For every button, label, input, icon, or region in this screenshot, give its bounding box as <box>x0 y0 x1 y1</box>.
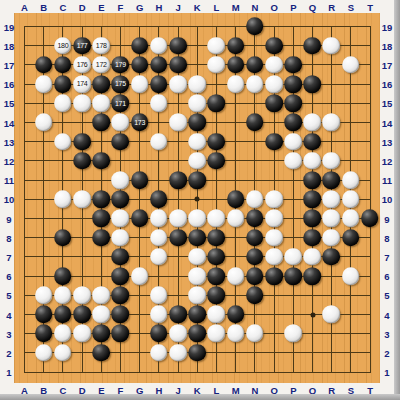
white-stone-O10[interactable] <box>265 190 283 208</box>
intersection-J9[interactable] <box>168 209 187 228</box>
intersection-T14[interactable] <box>360 113 379 132</box>
intersection-N13[interactable] <box>245 132 264 151</box>
black-stone-M10[interactable] <box>227 190 245 208</box>
intersection-A10[interactable] <box>15 190 34 209</box>
black-stone-L8[interactable] <box>208 229 226 247</box>
white-stone-K15[interactable] <box>188 94 206 112</box>
intersection-K8[interactable] <box>188 228 207 247</box>
black-stone-C16[interactable] <box>54 75 72 93</box>
white-stone-K16[interactable] <box>188 75 206 93</box>
white-stone-H7[interactable] <box>150 248 168 266</box>
black-stone-K2[interactable] <box>188 344 206 362</box>
intersection-J19[interactable] <box>168 17 187 36</box>
intersection-H11[interactable] <box>149 170 168 189</box>
white-stone-B14[interactable] <box>35 114 53 132</box>
intersection-C16[interactable] <box>53 74 72 93</box>
white-stone-J16[interactable] <box>169 75 187 93</box>
white-stone-J14[interactable] <box>169 114 187 132</box>
black-stone-N7[interactable] <box>246 248 264 266</box>
intersection-H1[interactable] <box>149 362 168 381</box>
black-stone-F10[interactable] <box>112 190 130 208</box>
white-stone-K12[interactable] <box>188 152 206 170</box>
intersection-F16[interactable]: 175 <box>111 74 130 93</box>
intersection-A18[interactable] <box>15 36 34 55</box>
intersection-S11[interactable] <box>341 170 360 189</box>
intersection-L7[interactable] <box>207 247 226 266</box>
intersection-L13[interactable] <box>207 132 226 151</box>
black-stone-H16[interactable] <box>150 75 168 93</box>
intersection-L14[interactable] <box>207 113 226 132</box>
intersection-K1[interactable] <box>188 362 207 381</box>
white-stone-O9[interactable] <box>265 210 283 228</box>
intersection-J14[interactable] <box>168 113 187 132</box>
black-stone-P14[interactable] <box>284 114 302 132</box>
intersection-N10[interactable] <box>245 190 264 209</box>
intersection-R3[interactable] <box>322 324 341 343</box>
intersection-O12[interactable] <box>264 151 283 170</box>
intersection-N9[interactable] <box>245 209 264 228</box>
intersection-F1[interactable] <box>111 362 130 381</box>
intersection-F8[interactable] <box>111 228 130 247</box>
intersection-C14[interactable] <box>53 113 72 132</box>
black-stone-B4[interactable] <box>35 306 53 324</box>
intersection-H19[interactable] <box>149 17 168 36</box>
intersection-Q16[interactable] <box>303 74 322 93</box>
intersection-A7[interactable] <box>15 247 34 266</box>
intersection-N16[interactable] <box>245 74 264 93</box>
black-stone-Q16[interactable] <box>304 75 322 93</box>
intersection-D8[interactable] <box>72 228 91 247</box>
intersection-E10[interactable] <box>92 190 111 209</box>
intersection-J16[interactable] <box>168 74 187 93</box>
intersection-H4[interactable] <box>149 305 168 324</box>
intersection-G6[interactable] <box>130 266 149 285</box>
intersection-B9[interactable] <box>34 209 53 228</box>
intersection-H3[interactable] <box>149 324 168 343</box>
intersection-D13[interactable] <box>72 132 91 151</box>
black-stone-C8[interactable] <box>54 229 72 247</box>
black-stone-F3[interactable] <box>112 325 130 343</box>
black-stone-J4[interactable] <box>169 306 187 324</box>
intersection-K4[interactable] <box>188 305 207 324</box>
intersection-G7[interactable] <box>130 247 149 266</box>
white-stone-R12[interactable] <box>323 152 341 170</box>
intersection-E9[interactable] <box>92 209 111 228</box>
intersection-G4[interactable] <box>130 305 149 324</box>
intersection-A14[interactable] <box>15 113 34 132</box>
black-stone-N9[interactable] <box>246 210 264 228</box>
black-stone-D18[interactable]: 177 <box>73 37 91 55</box>
intersection-K9[interactable] <box>188 209 207 228</box>
black-stone-G11[interactable] <box>131 171 149 189</box>
intersection-J12[interactable] <box>168 151 187 170</box>
intersection-E8[interactable] <box>92 228 111 247</box>
intersection-A9[interactable] <box>15 209 34 228</box>
intersection-K10[interactable] <box>188 190 207 209</box>
intersection-K13[interactable] <box>188 132 207 151</box>
intersection-F19[interactable] <box>111 17 130 36</box>
intersection-A13[interactable] <box>15 132 34 151</box>
intersection-Q14[interactable] <box>303 113 322 132</box>
white-stone-D16[interactable]: 174 <box>73 75 91 93</box>
intersection-G19[interactable] <box>130 17 149 36</box>
intersection-H12[interactable] <box>149 151 168 170</box>
black-stone-F15[interactable]: 171 <box>112 94 130 112</box>
intersection-S6[interactable] <box>341 266 360 285</box>
intersection-L11[interactable] <box>207 170 226 189</box>
intersection-H9[interactable] <box>149 209 168 228</box>
black-stone-Q18[interactable] <box>304 37 322 55</box>
intersection-G15[interactable] <box>130 94 149 113</box>
intersection-T7[interactable] <box>360 247 379 266</box>
intersection-E12[interactable] <box>92 151 111 170</box>
intersection-L12[interactable] <box>207 151 226 170</box>
white-stone-C3[interactable] <box>54 325 72 343</box>
intersection-C8[interactable] <box>53 228 72 247</box>
white-stone-F9[interactable] <box>112 210 130 228</box>
intersection-E19[interactable] <box>92 17 111 36</box>
intersection-R5[interactable] <box>322 286 341 305</box>
white-stone-M6[interactable] <box>227 267 245 285</box>
intersection-B6[interactable] <box>34 266 53 285</box>
intersection-B3[interactable] <box>34 324 53 343</box>
intersection-D16[interactable]: 174 <box>72 74 91 93</box>
intersection-T1[interactable] <box>360 362 379 381</box>
intersection-L9[interactable] <box>207 209 226 228</box>
black-stone-N14[interactable] <box>246 114 264 132</box>
intersection-R19[interactable] <box>322 17 341 36</box>
intersection-A8[interactable] <box>15 228 34 247</box>
intersection-M1[interactable] <box>226 362 245 381</box>
white-stone-H8[interactable] <box>150 229 168 247</box>
intersection-S14[interactable] <box>341 113 360 132</box>
white-stone-M16[interactable] <box>227 75 245 93</box>
intersection-J17[interactable] <box>168 55 187 74</box>
white-stone-O16[interactable] <box>265 75 283 93</box>
black-stone-G14[interactable]: 173 <box>131 114 149 132</box>
intersection-F13[interactable] <box>111 132 130 151</box>
intersection-G12[interactable] <box>130 151 149 170</box>
intersection-O13[interactable] <box>264 132 283 151</box>
white-stone-L9[interactable] <box>208 210 226 228</box>
intersection-Q17[interactable] <box>303 55 322 74</box>
intersection-O1[interactable] <box>264 362 283 381</box>
intersection-R17[interactable] <box>322 55 341 74</box>
white-stone-R18[interactable] <box>323 37 341 55</box>
black-stone-J18[interactable] <box>169 37 187 55</box>
intersection-N14[interactable] <box>245 113 264 132</box>
intersection-E1[interactable] <box>92 362 111 381</box>
intersection-J4[interactable] <box>168 305 187 324</box>
white-stone-P7[interactable] <box>284 248 302 266</box>
black-stone-D12[interactable] <box>73 152 91 170</box>
white-stone-H18[interactable] <box>150 37 168 55</box>
intersection-E2[interactable] <box>92 343 111 362</box>
intersection-R6[interactable] <box>322 266 341 285</box>
black-stone-E9[interactable] <box>92 210 110 228</box>
intersection-S3[interactable] <box>341 324 360 343</box>
black-stone-Q6[interactable] <box>304 267 322 285</box>
white-stone-R4[interactable] <box>323 306 341 324</box>
black-stone-H10[interactable] <box>150 190 168 208</box>
intersection-M11[interactable] <box>226 170 245 189</box>
intersection-J2[interactable] <box>168 343 187 362</box>
intersection-C10[interactable] <box>53 190 72 209</box>
intersection-A11[interactable] <box>15 170 34 189</box>
intersection-H14[interactable] <box>149 113 168 132</box>
intersection-D3[interactable] <box>72 324 91 343</box>
black-stone-O18[interactable] <box>265 37 283 55</box>
white-stone-F14[interactable] <box>112 114 130 132</box>
intersection-S8[interactable] <box>341 228 360 247</box>
intersection-B16[interactable] <box>34 74 53 93</box>
intersection-C15[interactable] <box>53 94 72 113</box>
white-stone-G16[interactable] <box>131 75 149 93</box>
white-stone-H13[interactable] <box>150 133 168 151</box>
white-stone-F11[interactable] <box>112 171 130 189</box>
intersection-F7[interactable] <box>111 247 130 266</box>
intersection-G10[interactable] <box>130 190 149 209</box>
intersection-L15[interactable] <box>207 94 226 113</box>
intersection-F14[interactable] <box>111 113 130 132</box>
intersection-D12[interactable] <box>72 151 91 170</box>
intersection-F4[interactable] <box>111 305 130 324</box>
intersection-F9[interactable] <box>111 209 130 228</box>
black-stone-K3[interactable] <box>188 325 206 343</box>
white-stone-D5[interactable] <box>73 286 91 304</box>
intersection-E18[interactable]: 178 <box>92 36 111 55</box>
white-stone-L4[interactable] <box>208 306 226 324</box>
intersection-M14[interactable] <box>226 113 245 132</box>
black-stone-T9[interactable] <box>361 210 379 228</box>
intersection-B5[interactable] <box>34 286 53 305</box>
intersection-Q8[interactable] <box>303 228 322 247</box>
intersection-Q15[interactable] <box>303 94 322 113</box>
black-stone-E8[interactable] <box>92 229 110 247</box>
black-stone-F17[interactable]: 179 <box>112 56 130 74</box>
white-stone-N10[interactable] <box>246 190 264 208</box>
intersection-C1[interactable] <box>53 362 72 381</box>
intersection-G17[interactable] <box>130 55 149 74</box>
intersection-S10[interactable] <box>341 190 360 209</box>
white-stone-J3[interactable] <box>169 325 187 343</box>
intersection-R13[interactable] <box>322 132 341 151</box>
intersection-J6[interactable] <box>168 266 187 285</box>
intersection-S16[interactable] <box>341 74 360 93</box>
intersection-D4[interactable] <box>72 305 91 324</box>
intersection-L4[interactable] <box>207 305 226 324</box>
intersection-N19[interactable] <box>245 17 264 36</box>
intersection-N18[interactable] <box>245 36 264 55</box>
intersection-N7[interactable] <box>245 247 264 266</box>
intersection-D10[interactable] <box>72 190 91 209</box>
white-stone-D10[interactable] <box>73 190 91 208</box>
white-stone-H9[interactable] <box>150 210 168 228</box>
intersection-K14[interactable] <box>188 113 207 132</box>
intersection-S12[interactable] <box>341 151 360 170</box>
white-stone-B16[interactable] <box>35 75 53 93</box>
intersection-G5[interactable] <box>130 286 149 305</box>
intersection-L19[interactable] <box>207 17 226 36</box>
intersection-T15[interactable] <box>360 94 379 113</box>
intersection-S2[interactable] <box>341 343 360 362</box>
intersection-M15[interactable] <box>226 94 245 113</box>
intersection-T16[interactable] <box>360 74 379 93</box>
intersection-F10[interactable] <box>111 190 130 209</box>
white-stone-E4[interactable] <box>92 306 110 324</box>
black-stone-C4[interactable] <box>54 306 72 324</box>
intersection-R11[interactable] <box>322 170 341 189</box>
intersection-R12[interactable] <box>322 151 341 170</box>
black-stone-C6[interactable] <box>54 267 72 285</box>
intersection-S7[interactable] <box>341 247 360 266</box>
black-stone-F5[interactable] <box>112 286 130 304</box>
black-stone-E16[interactable] <box>92 75 110 93</box>
intersection-B14[interactable] <box>34 113 53 132</box>
intersection-M2[interactable] <box>226 343 245 362</box>
intersection-Q5[interactable] <box>303 286 322 305</box>
intersection-M16[interactable] <box>226 74 245 93</box>
intersection-B12[interactable] <box>34 151 53 170</box>
white-stone-R8[interactable] <box>323 229 341 247</box>
black-stone-O13[interactable] <box>265 133 283 151</box>
intersection-B18[interactable] <box>34 36 53 55</box>
intersection-P13[interactable] <box>284 132 303 151</box>
black-stone-E3[interactable] <box>92 325 110 343</box>
intersection-E15[interactable] <box>92 94 111 113</box>
intersection-B8[interactable] <box>34 228 53 247</box>
black-stone-D4[interactable] <box>73 306 91 324</box>
intersection-Q19[interactable] <box>303 17 322 36</box>
black-stone-L7[interactable] <box>208 248 226 266</box>
intersection-K18[interactable] <box>188 36 207 55</box>
white-stone-C18[interactable]: 180 <box>54 37 72 55</box>
intersection-H2[interactable] <box>149 343 168 362</box>
intersection-C13[interactable] <box>53 132 72 151</box>
intersection-E3[interactable] <box>92 324 111 343</box>
white-stone-R14[interactable] <box>323 114 341 132</box>
white-stone-N16[interactable] <box>246 75 264 93</box>
intersection-P15[interactable] <box>284 94 303 113</box>
intersection-C12[interactable] <box>53 151 72 170</box>
black-stone-E10[interactable] <box>92 190 110 208</box>
intersection-D7[interactable] <box>72 247 91 266</box>
intersection-T2[interactable] <box>360 343 379 362</box>
intersection-K12[interactable] <box>188 151 207 170</box>
black-stone-L15[interactable] <box>208 94 226 112</box>
intersection-H15[interactable] <box>149 94 168 113</box>
intersection-C7[interactable] <box>53 247 72 266</box>
intersection-L5[interactable] <box>207 286 226 305</box>
intersection-A16[interactable] <box>15 74 34 93</box>
intersection-D1[interactable] <box>72 362 91 381</box>
intersection-Q13[interactable] <box>303 132 322 151</box>
intersection-B2[interactable] <box>34 343 53 362</box>
intersection-M7[interactable] <box>226 247 245 266</box>
intersection-D15[interactable] <box>72 94 91 113</box>
white-stone-F8[interactable] <box>112 229 130 247</box>
white-stone-B2[interactable] <box>35 344 53 362</box>
intersection-S15[interactable] <box>341 94 360 113</box>
intersection-O16[interactable] <box>264 74 283 93</box>
white-stone-O17[interactable] <box>265 56 283 74</box>
intersection-Q4[interactable] <box>303 305 322 324</box>
black-stone-E12[interactable] <box>92 152 110 170</box>
intersection-Q1[interactable] <box>303 362 322 381</box>
intersection-K16[interactable] <box>188 74 207 93</box>
intersection-P12[interactable] <box>284 151 303 170</box>
black-stone-F16[interactable]: 175 <box>112 75 130 93</box>
intersection-C3[interactable] <box>53 324 72 343</box>
intersection-K19[interactable] <box>188 17 207 36</box>
white-stone-J2[interactable] <box>169 344 187 362</box>
intersection-R16[interactable] <box>322 74 341 93</box>
white-stone-D3[interactable] <box>73 325 91 343</box>
intersection-E16[interactable] <box>92 74 111 93</box>
black-stone-R11[interactable] <box>323 171 341 189</box>
intersection-O9[interactable] <box>264 209 283 228</box>
intersection-O2[interactable] <box>264 343 283 362</box>
black-stone-Q13[interactable] <box>304 133 322 151</box>
intersection-C2[interactable] <box>53 343 72 362</box>
intersection-J11[interactable] <box>168 170 187 189</box>
white-stone-P3[interactable] <box>284 325 302 343</box>
white-stone-R9[interactable] <box>323 210 341 228</box>
intersection-L16[interactable] <box>207 74 226 93</box>
intersection-A6[interactable] <box>15 266 34 285</box>
black-stone-N17[interactable] <box>246 56 264 74</box>
intersection-M4[interactable] <box>226 305 245 324</box>
intersection-T8[interactable] <box>360 228 379 247</box>
intersection-T11[interactable] <box>360 170 379 189</box>
black-stone-N8[interactable] <box>246 229 264 247</box>
intersection-J10[interactable] <box>168 190 187 209</box>
intersection-O5[interactable] <box>264 286 283 305</box>
intersection-R15[interactable] <box>322 94 341 113</box>
intersection-P7[interactable] <box>284 247 303 266</box>
intersection-E13[interactable] <box>92 132 111 151</box>
intersection-C18[interactable]: 180 <box>53 36 72 55</box>
white-stone-K7[interactable] <box>188 248 206 266</box>
white-stone-E5[interactable] <box>92 286 110 304</box>
white-stone-P13[interactable] <box>284 133 302 151</box>
intersection-P1[interactable] <box>284 362 303 381</box>
intersection-O15[interactable] <box>264 94 283 113</box>
intersection-A3[interactable] <box>15 324 34 343</box>
intersection-G1[interactable] <box>130 362 149 381</box>
intersection-J5[interactable] <box>168 286 187 305</box>
white-stone-G6[interactable] <box>131 267 149 285</box>
intersection-J15[interactable] <box>168 94 187 113</box>
black-stone-Q10[interactable] <box>304 190 322 208</box>
intersection-C6[interactable] <box>53 266 72 285</box>
intersection-M8[interactable] <box>226 228 245 247</box>
white-stone-E17[interactable]: 172 <box>92 56 110 74</box>
white-stone-D15[interactable] <box>73 94 91 112</box>
intersection-H6[interactable] <box>149 266 168 285</box>
white-stone-K9[interactable] <box>188 210 206 228</box>
intersection-A4[interactable] <box>15 305 34 324</box>
intersection-R8[interactable] <box>322 228 341 247</box>
black-stone-C17[interactable] <box>54 56 72 74</box>
intersection-E7[interactable] <box>92 247 111 266</box>
intersection-C17[interactable] <box>53 55 72 74</box>
white-stone-C5[interactable] <box>54 286 72 304</box>
intersection-R9[interactable] <box>322 209 341 228</box>
black-stone-K14[interactable] <box>188 114 206 132</box>
intersection-M9[interactable] <box>226 209 245 228</box>
white-stone-K13[interactable] <box>188 133 206 151</box>
